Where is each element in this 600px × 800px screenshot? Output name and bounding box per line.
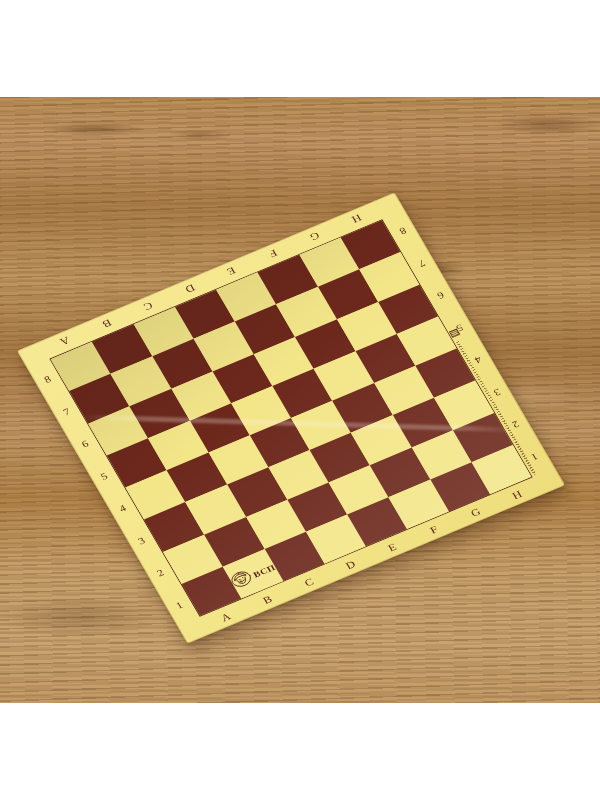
playing-field bbox=[49, 219, 532, 617]
chess-board: ABCDEFGH ABCDEFGH 87654321 87654321 ВСП bbox=[17, 193, 565, 644]
chessboard-wrap: ABCDEFGH ABCDEFGH 87654321 87654321 ВСП bbox=[71, 198, 511, 638]
product-photo: ABCDEFGH ABCDEFGH 87654321 87654321 ВСП bbox=[0, 0, 600, 800]
brand-logo-text: ВСП bbox=[252, 563, 277, 579]
